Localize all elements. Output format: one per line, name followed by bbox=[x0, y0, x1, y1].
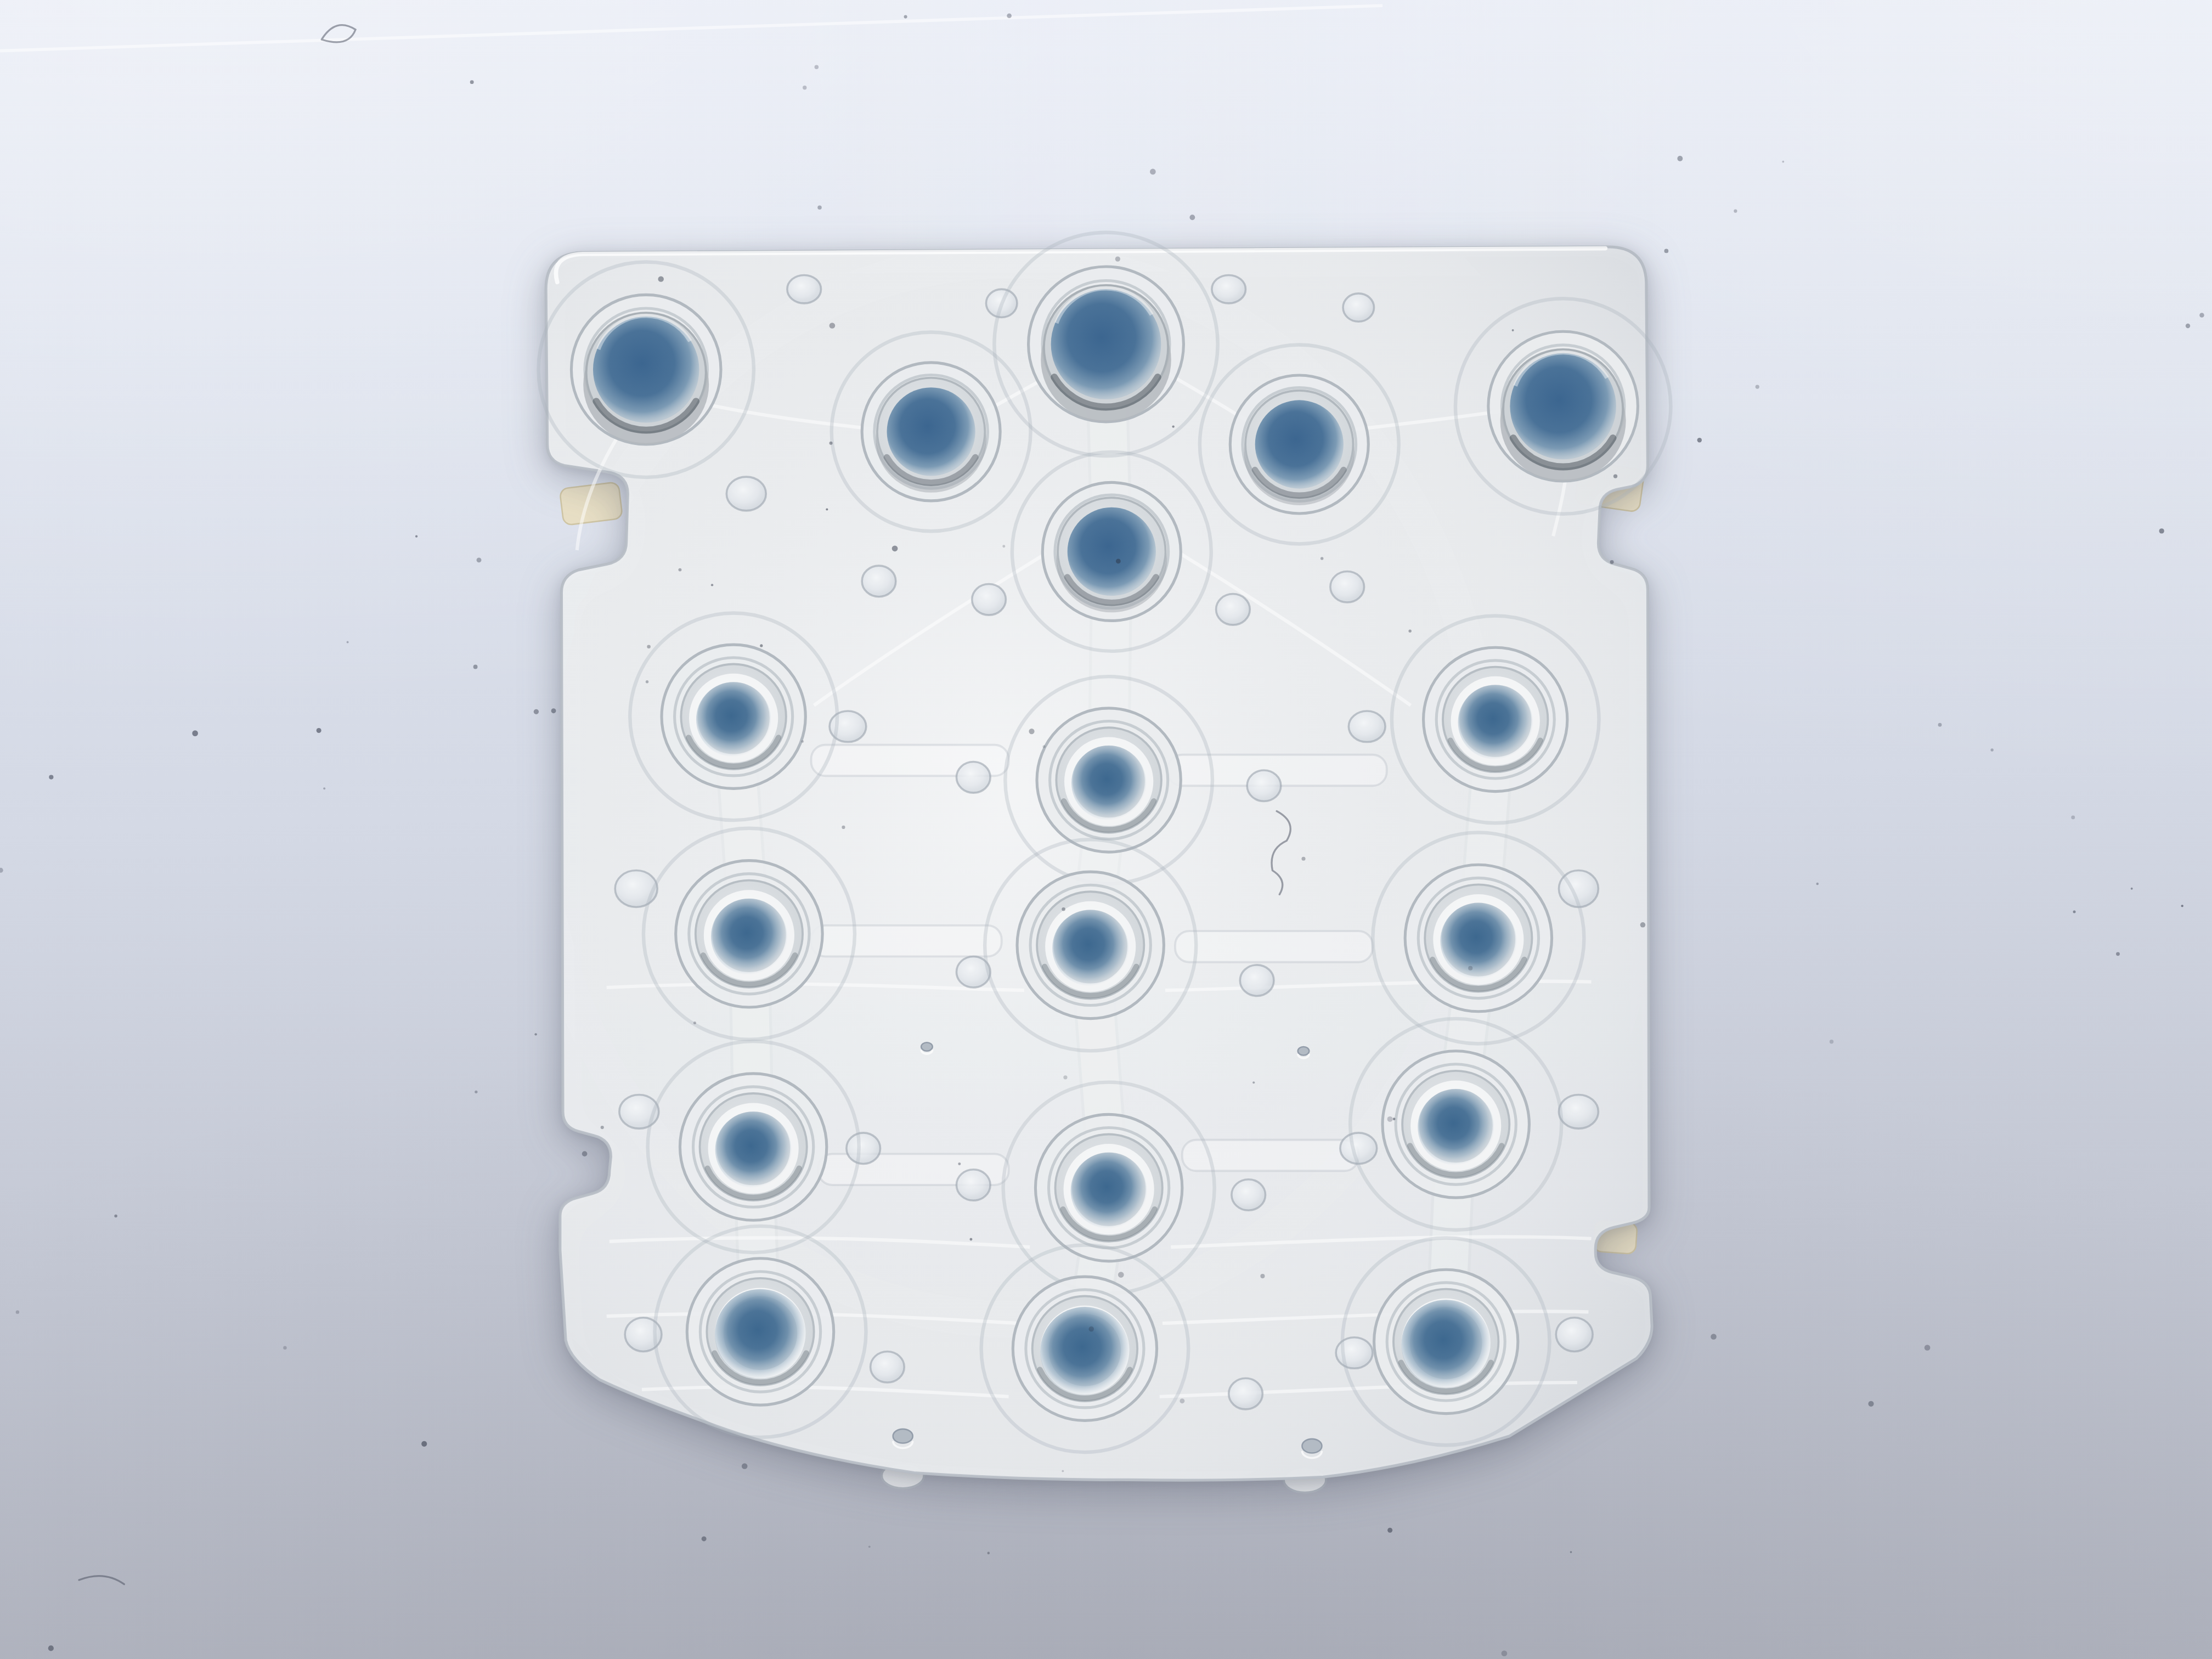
dust-speck bbox=[2181, 905, 2183, 907]
channel-band bbox=[811, 926, 1002, 957]
dust-speck bbox=[904, 15, 907, 19]
dust-speck bbox=[1002, 545, 1005, 548]
conductive-pad bbox=[1440, 903, 1516, 979]
alignment-nub bbox=[1212, 275, 1246, 303]
alignment-nub bbox=[1240, 965, 1274, 996]
dust-speck bbox=[1029, 729, 1034, 734]
dust-speck bbox=[830, 323, 836, 329]
alignment-nub bbox=[726, 477, 766, 511]
dust-speck bbox=[1756, 385, 1759, 388]
dust-speck bbox=[1387, 1116, 1393, 1122]
dust-speck bbox=[1830, 1040, 1833, 1043]
dust-speck bbox=[693, 1022, 696, 1024]
dust-speck bbox=[760, 644, 763, 647]
dust-speck bbox=[647, 645, 651, 648]
dust-speck bbox=[702, 1536, 707, 1541]
dust-speck bbox=[192, 730, 198, 736]
conductive-pad bbox=[1071, 1153, 1147, 1229]
channel-band bbox=[1175, 931, 1373, 962]
keypad-button-10 bbox=[644, 828, 855, 1040]
dust-speck bbox=[1610, 560, 1614, 564]
conductive-pad bbox=[1071, 746, 1146, 820]
keypad-button-1 bbox=[538, 262, 754, 477]
dust-speck bbox=[803, 86, 806, 89]
alignment-nub bbox=[1232, 1180, 1266, 1211]
conductive-pad bbox=[1458, 685, 1533, 759]
dust-fiber bbox=[79, 1576, 124, 1584]
dust-speck bbox=[2131, 888, 2133, 890]
dust-speck bbox=[582, 1151, 588, 1156]
dust-speck bbox=[534, 709, 539, 714]
dust-speck bbox=[1664, 249, 1669, 253]
dust-speck bbox=[1007, 13, 1012, 18]
alignment-nub bbox=[787, 275, 821, 303]
dust-speck bbox=[830, 442, 833, 445]
alignment-nub bbox=[615, 871, 657, 907]
scene bbox=[0, 0, 2212, 1659]
dust-speck bbox=[2073, 910, 2076, 913]
dust-speck bbox=[473, 665, 478, 669]
photo-of-keypad-membrane bbox=[0, 0, 2212, 1659]
keypad-button-18 bbox=[1342, 1238, 1550, 1446]
dust-speck bbox=[16, 1310, 19, 1313]
vent-hole bbox=[921, 1042, 933, 1051]
dust-speck bbox=[1468, 966, 1472, 970]
conductive-pad bbox=[696, 682, 771, 757]
keypad-button-13 bbox=[648, 1041, 859, 1252]
dust-speck bbox=[815, 65, 819, 69]
dust-speck bbox=[1512, 329, 1514, 331]
dust-speck bbox=[1118, 1272, 1124, 1278]
keypad-button-4 bbox=[1200, 345, 1399, 544]
dust-speck bbox=[1180, 1398, 1184, 1403]
dust-speck bbox=[534, 1033, 537, 1035]
dust-speck bbox=[1502, 1650, 1508, 1656]
dust-speck bbox=[711, 584, 713, 586]
conductive-pad bbox=[1052, 910, 1128, 986]
conductive-pad bbox=[1401, 1300, 1491, 1389]
alignment-nub bbox=[956, 1170, 990, 1201]
dust-speck bbox=[842, 826, 845, 829]
dust-speck bbox=[1393, 1118, 1396, 1120]
alignment-nub bbox=[1348, 711, 1385, 742]
alignment-nub bbox=[1343, 294, 1374, 321]
dust-speck bbox=[49, 775, 53, 780]
dust-speck bbox=[1816, 883, 1819, 885]
dust-speck bbox=[1387, 1528, 1392, 1533]
dust-speck bbox=[1189, 215, 1195, 220]
dust-speck bbox=[283, 1346, 286, 1350]
conductive-pad bbox=[715, 1111, 792, 1188]
dust-speck bbox=[1063, 1075, 1067, 1079]
dust-speck bbox=[0, 868, 3, 873]
alignment-nub bbox=[972, 584, 1006, 616]
vent-hole bbox=[1302, 1439, 1322, 1453]
dust-speck bbox=[317, 728, 321, 733]
dust-speck bbox=[958, 1163, 961, 1165]
dust-speck bbox=[415, 535, 417, 537]
dust-speck bbox=[1042, 745, 1045, 748]
alignment-nub bbox=[1340, 1133, 1377, 1164]
dust-speck bbox=[551, 708, 556, 713]
dust-speck bbox=[1640, 922, 1646, 928]
dust-speck bbox=[1301, 857, 1305, 861]
dust-speck bbox=[2159, 528, 2164, 533]
dust-speck bbox=[1408, 630, 1411, 633]
dust-speck bbox=[114, 1215, 117, 1218]
dust-speck bbox=[2186, 324, 2190, 328]
keypad-button-3 bbox=[994, 233, 1217, 456]
conductive-pad bbox=[1068, 507, 1156, 596]
alignment-nub bbox=[1247, 770, 1281, 802]
dust-speck bbox=[475, 1091, 477, 1093]
keypad-button-15 bbox=[1350, 1019, 1561, 1230]
dust-speck bbox=[1252, 1081, 1255, 1084]
dust-speck bbox=[477, 557, 482, 562]
dust-speck bbox=[1115, 256, 1120, 261]
conductive-pad bbox=[1255, 400, 1344, 488]
alignment-nub bbox=[1330, 571, 1364, 602]
conductive-pad bbox=[1040, 1307, 1130, 1396]
alignment-nub bbox=[956, 762, 990, 793]
keypad-button-6 bbox=[1012, 452, 1211, 651]
dust-speck bbox=[1570, 1551, 1572, 1553]
dust-speck bbox=[1260, 1274, 1265, 1278]
dust-speck bbox=[1938, 723, 1942, 727]
dust-speck bbox=[1613, 474, 1617, 478]
dust-speck bbox=[323, 787, 325, 789]
dust-speck bbox=[1711, 1334, 1717, 1340]
keypad-button-16 bbox=[654, 1226, 866, 1437]
keypad-button-5 bbox=[1455, 298, 1671, 514]
keypad-button-17 bbox=[981, 1245, 1189, 1452]
conductive-pad bbox=[1418, 1089, 1494, 1165]
dust-speck bbox=[1868, 1401, 1874, 1407]
alignment-nub bbox=[847, 1133, 881, 1164]
keypad-button-14 bbox=[1003, 1082, 1215, 1294]
paper-edge-line bbox=[0, 5, 1383, 50]
dust-speck bbox=[817, 206, 821, 210]
dust-speck bbox=[1116, 559, 1121, 564]
alignment-nub bbox=[862, 566, 896, 597]
dust-speck bbox=[1782, 161, 1784, 163]
keypad-button-9 bbox=[1392, 616, 1599, 823]
paper-background-details bbox=[0, 5, 1383, 50]
conductive-pad bbox=[715, 1289, 806, 1380]
conductive-pad bbox=[887, 387, 975, 476]
dust-speck bbox=[1062, 907, 1065, 911]
alignment-nub bbox=[1216, 594, 1250, 625]
dust-speck bbox=[1321, 557, 1323, 560]
dust-speck bbox=[2199, 313, 2204, 318]
dust-speck bbox=[2116, 952, 2120, 956]
conductive-pad bbox=[711, 899, 787, 975]
dust-speck bbox=[1925, 1345, 1931, 1351]
alignment-nub bbox=[1229, 1378, 1263, 1409]
dust-speck bbox=[658, 276, 663, 281]
dust-speck bbox=[646, 680, 648, 683]
dust-speck bbox=[1150, 169, 1156, 175]
dust-speck bbox=[1062, 1470, 1064, 1472]
dust-speck bbox=[802, 740, 804, 743]
dust-speck bbox=[1734, 210, 1737, 213]
dust-speck bbox=[48, 1645, 54, 1651]
dust-speck bbox=[1677, 156, 1683, 161]
vent-hole bbox=[893, 1429, 913, 1443]
keypad-button-7 bbox=[630, 613, 837, 820]
keypad-button-12 bbox=[1373, 832, 1584, 1043]
dust-speck bbox=[969, 1238, 972, 1241]
dust-speck bbox=[601, 1126, 604, 1129]
dust-speck bbox=[988, 1552, 990, 1555]
alignment-nub bbox=[1559, 1094, 1598, 1128]
dust-speck bbox=[826, 508, 828, 510]
dust-speck bbox=[421, 1441, 427, 1447]
dust-speck bbox=[1990, 748, 1993, 751]
dust-speck bbox=[470, 80, 474, 84]
dust-speck bbox=[1697, 438, 1702, 442]
dust-speck bbox=[892, 545, 898, 551]
dust-speck bbox=[1089, 1327, 1094, 1331]
dust-speck bbox=[742, 1463, 748, 1469]
keypad-button-11 bbox=[985, 839, 1196, 1051]
dust-speck bbox=[347, 641, 349, 644]
dust-speck bbox=[1172, 425, 1174, 427]
vent-hole bbox=[1298, 1047, 1310, 1055]
dust-speck bbox=[2071, 815, 2075, 819]
dust-speck bbox=[868, 1545, 871, 1548]
dust-speck bbox=[678, 568, 681, 572]
alignment-nub bbox=[871, 1351, 905, 1383]
alignment-nub bbox=[1556, 1318, 1593, 1352]
keypad-button-2 bbox=[832, 332, 1031, 531]
